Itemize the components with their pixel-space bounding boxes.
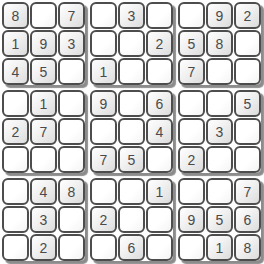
- cell-r1c5: 3: [118, 2, 145, 29]
- cell-digit: 5: [40, 65, 48, 79]
- cell-digit: 7: [188, 65, 196, 79]
- cell-digit: 1: [12, 37, 20, 51]
- cell-digit: 6: [156, 97, 164, 111]
- cell-digit: 5: [216, 213, 224, 227]
- cell-r8c2: 3: [30, 206, 57, 233]
- cell-r7c7[interactable]: [178, 178, 205, 205]
- cell-r5c7[interactable]: [178, 118, 205, 145]
- cell-r7c3: 8: [58, 178, 85, 205]
- cell-r5c4[interactable]: [90, 118, 117, 145]
- cell-r3c4: 1: [90, 58, 117, 85]
- cell-r6c1[interactable]: [2, 146, 29, 173]
- cell-r1c1: 8: [2, 2, 29, 29]
- cell-digit: 9: [40, 37, 48, 51]
- box-1-0: 127: [2, 90, 85, 173]
- cell-r6c2[interactable]: [30, 146, 57, 173]
- cell-r5c3[interactable]: [58, 118, 85, 145]
- cell-r9c1[interactable]: [2, 234, 29, 261]
- cell-r5c6: 4: [146, 118, 173, 145]
- cell-r8c3[interactable]: [58, 206, 85, 233]
- cell-r1c7[interactable]: [178, 2, 205, 29]
- cell-digit: 2: [12, 125, 20, 139]
- cell-r2c6: 2: [146, 30, 173, 57]
- cell-r4c5[interactable]: [118, 90, 145, 117]
- cell-r3c9[interactable]: [234, 58, 261, 85]
- cell-r9c4[interactable]: [90, 234, 117, 261]
- cell-r6c8[interactable]: [206, 146, 233, 173]
- cell-digit: 7: [100, 153, 108, 167]
- box-0-0: 8719345: [2, 2, 85, 85]
- cell-digit: 3: [216, 125, 224, 139]
- cell-digit: 7: [68, 9, 76, 23]
- cell-digit: 4: [156, 125, 164, 139]
- cell-r2c1: 1: [2, 30, 29, 57]
- cell-r7c5[interactable]: [118, 178, 145, 205]
- cell-r6c9[interactable]: [234, 146, 261, 173]
- box-0-1: 321: [90, 2, 173, 85]
- cell-r7c8[interactable]: [206, 178, 233, 205]
- cell-r8c6[interactable]: [146, 206, 173, 233]
- cell-r5c5[interactable]: [118, 118, 145, 145]
- cell-r2c2: 9: [30, 30, 57, 57]
- cell-r1c8: 9: [206, 2, 233, 29]
- cell-r3c6[interactable]: [146, 58, 173, 85]
- cell-r3c3[interactable]: [58, 58, 85, 85]
- cell-digit: 8: [216, 37, 224, 51]
- cell-digit: 8: [12, 9, 20, 23]
- cell-r8c4: 2: [90, 206, 117, 233]
- cell-digit: 4: [12, 65, 20, 79]
- cell-r6c5: 5: [118, 146, 145, 173]
- cell-r7c9: 7: [234, 178, 261, 205]
- box-1-1: 96475: [90, 90, 173, 173]
- cell-r1c3: 7: [58, 2, 85, 29]
- cell-r1c9: 2: [234, 2, 261, 29]
- cell-digit: 2: [40, 241, 48, 255]
- cell-digit: 6: [128, 241, 136, 255]
- cell-r4c7[interactable]: [178, 90, 205, 117]
- cell-r1c2[interactable]: [30, 2, 57, 29]
- cell-digit: 5: [128, 153, 136, 167]
- cell-r4c9: 5: [234, 90, 261, 117]
- cell-r9c8: 1: [206, 234, 233, 261]
- cell-r7c2: 4: [30, 178, 57, 205]
- cell-digit: 3: [68, 37, 76, 51]
- cell-r8c5[interactable]: [118, 206, 145, 233]
- cell-r3c2: 5: [30, 58, 57, 85]
- cell-r5c2: 7: [30, 118, 57, 145]
- cell-digit: 2: [156, 37, 164, 51]
- cell-r2c4[interactable]: [90, 30, 117, 57]
- cell-digit: 3: [128, 9, 136, 23]
- sudoku-board: 871934532192587127964755324832126795618: [0, 0, 264, 264]
- cell-r4c1[interactable]: [2, 90, 29, 117]
- cell-digit: 8: [244, 241, 252, 255]
- cell-r9c5: 6: [118, 234, 145, 261]
- cell-digit: 2: [244, 9, 252, 23]
- cell-r7c6: 1: [146, 178, 173, 205]
- cell-digit: 9: [188, 213, 196, 227]
- box-2-1: 126: [90, 178, 173, 261]
- cell-r2c5[interactable]: [118, 30, 145, 57]
- cell-r9c3[interactable]: [58, 234, 85, 261]
- cell-r9c7[interactable]: [178, 234, 205, 261]
- cell-digit: 7: [244, 185, 252, 199]
- cell-r3c1: 4: [2, 58, 29, 85]
- cell-digit: 3: [40, 213, 48, 227]
- cell-r6c3[interactable]: [58, 146, 85, 173]
- cell-r5c9[interactable]: [234, 118, 261, 145]
- cell-r4c2: 1: [30, 90, 57, 117]
- cell-r9c2: 2: [30, 234, 57, 261]
- cell-r7c1[interactable]: [2, 178, 29, 205]
- cell-r5c1: 2: [2, 118, 29, 145]
- cell-r2c7: 5: [178, 30, 205, 57]
- cell-r3c8[interactable]: [206, 58, 233, 85]
- cell-digit: 2: [100, 213, 108, 227]
- cell-r4c4: 9: [90, 90, 117, 117]
- cell-digit: 5: [188, 37, 196, 51]
- cell-r6c4: 7: [90, 146, 117, 173]
- cell-digit: 1: [100, 65, 108, 79]
- cell-digit: 1: [216, 241, 224, 255]
- cell-r2c3: 3: [58, 30, 85, 57]
- cell-r8c7: 9: [178, 206, 205, 233]
- box-1-2: 532: [178, 90, 261, 173]
- cell-digit: 9: [216, 9, 224, 23]
- cell-r1c4[interactable]: [90, 2, 117, 29]
- cell-r5c8: 3: [206, 118, 233, 145]
- cell-r1c6[interactable]: [146, 2, 173, 29]
- cell-r4c3[interactable]: [58, 90, 85, 117]
- cell-digit: 1: [40, 97, 48, 111]
- cell-r7c4[interactable]: [90, 178, 117, 205]
- cell-digit: 7: [40, 125, 48, 139]
- cell-r9c6[interactable]: [146, 234, 173, 261]
- cell-r8c8: 5: [206, 206, 233, 233]
- cell-r8c1[interactable]: [2, 206, 29, 233]
- cell-digit: 5: [244, 97, 252, 111]
- cell-r2c8: 8: [206, 30, 233, 57]
- cell-r3c5[interactable]: [118, 58, 145, 85]
- cell-r2c9[interactable]: [234, 30, 261, 57]
- cell-digit: 1: [156, 185, 164, 199]
- cell-digit: 9: [100, 97, 108, 111]
- cell-digit: 4: [40, 185, 48, 199]
- box-2-0: 4832: [2, 178, 85, 261]
- cell-r8c9: 6: [234, 206, 261, 233]
- box-0-2: 92587: [178, 2, 261, 85]
- cell-r3c7: 7: [178, 58, 205, 85]
- cell-r9c9: 8: [234, 234, 261, 261]
- box-2-2: 795618: [178, 178, 261, 261]
- cell-r6c6[interactable]: [146, 146, 173, 173]
- cell-r4c6: 6: [146, 90, 173, 117]
- cell-digit: 6: [244, 213, 252, 227]
- cell-r6c7: 2: [178, 146, 205, 173]
- cell-digit: 2: [188, 153, 196, 167]
- cell-r4c8[interactable]: [206, 90, 233, 117]
- cell-digit: 8: [68, 185, 76, 199]
